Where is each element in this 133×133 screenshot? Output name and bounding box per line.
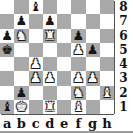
square-d4[interactable] — [43, 57, 57, 71]
square-g2[interactable] — [86, 86, 100, 100]
square-h1[interactable] — [100, 100, 114, 114]
file-label-c: c — [29, 115, 43, 132]
piece-black-bishop: ♝ — [30, 0, 42, 14]
file-label-a: a — [0, 115, 14, 132]
rank-label-3: 3 — [114, 71, 133, 85]
square-f6[interactable]: ♟ — [71, 29, 85, 43]
file-label-b: b — [14, 115, 28, 132]
square-h7[interactable] — [100, 14, 114, 28]
square-c6[interactable] — [29, 29, 43, 43]
square-f4[interactable] — [71, 57, 85, 71]
piece-white-pawn: ♟ — [73, 71, 85, 85]
square-b7[interactable]: ♟ — [14, 14, 28, 28]
square-e4[interactable] — [57, 57, 71, 71]
square-a4[interactable] — [0, 57, 14, 71]
square-e6[interactable] — [57, 29, 71, 43]
piece-white-pawn: ♟ — [30, 57, 42, 71]
file-label-g: g — [86, 115, 100, 132]
square-e7[interactable] — [57, 14, 71, 28]
piece-white-pawn: ♟ — [73, 43, 85, 57]
square-g8[interactable] — [86, 0, 100, 14]
square-f5[interactable]: ♟ — [71, 43, 85, 57]
corner-spacer — [114, 114, 133, 133]
piece-black-pawn: ♟ — [16, 86, 28, 100]
square-c5[interactable] — [29, 43, 43, 57]
square-f1[interactable]: ♝ — [71, 100, 85, 114]
piece-white-rook: ♜ — [44, 100, 56, 114]
rank-label-8: 8 — [114, 0, 133, 14]
piece-black-pawn: ♟ — [1, 29, 13, 43]
square-h6[interactable] — [100, 29, 114, 43]
square-a5[interactable]: ♚ — [0, 43, 14, 57]
rank-label-1: 1 — [114, 100, 133, 114]
square-e5[interactable] — [57, 43, 71, 57]
piece-black-pawn: ♟ — [73, 29, 85, 43]
file-label-f: f — [71, 115, 85, 132]
square-d2[interactable] — [43, 86, 57, 100]
square-c8[interactable]: ♝ — [29, 0, 43, 14]
square-c4[interactable]: ♟ — [29, 57, 43, 71]
square-f7[interactable] — [71, 14, 85, 28]
rank-label-7: 7 — [114, 14, 133, 28]
square-a1[interactable]: ♝ — [0, 100, 14, 114]
file-label-e: e — [57, 115, 71, 132]
piece-black-bishop: ♝ — [1, 100, 13, 114]
square-a6[interactable]: ♟ — [0, 29, 14, 43]
square-b5[interactable] — [14, 43, 28, 57]
square-a3[interactable] — [0, 71, 14, 85]
square-e8[interactable] — [57, 0, 71, 14]
square-e2[interactable] — [57, 86, 71, 100]
square-d7[interactable]: ♟ — [43, 14, 57, 28]
square-f8[interactable] — [71, 0, 85, 14]
square-b6[interactable]: ♞ — [14, 29, 28, 43]
piece-white-rook: ♜ — [44, 29, 56, 43]
piece-white-bishop: ♝ — [73, 100, 85, 114]
rank-label-6: 6 — [114, 29, 133, 43]
square-e1[interactable] — [57, 100, 71, 114]
square-b1[interactable]: ♚ — [14, 100, 28, 114]
square-c2[interactable] — [29, 86, 43, 100]
file-labels: abcdefgh — [0, 114, 114, 133]
piece-white-knight: ♞ — [73, 86, 85, 100]
square-a8[interactable] — [0, 0, 14, 14]
square-g7[interactable] — [86, 14, 100, 28]
square-h5[interactable] — [100, 43, 114, 57]
square-b4[interactable] — [14, 57, 28, 71]
square-d1[interactable]: ♜ — [43, 100, 57, 114]
square-d8[interactable] — [43, 0, 57, 14]
square-g6[interactable] — [86, 29, 100, 43]
rank-label-5: 5 — [114, 43, 133, 57]
square-f3[interactable]: ♟ — [71, 71, 85, 85]
rank-label-4: 4 — [114, 57, 133, 71]
piece-black-pawn: ♟ — [44, 14, 56, 28]
square-d5[interactable] — [43, 43, 57, 57]
piece-black-king: ♚ — [1, 43, 13, 57]
square-g3[interactable]: ♟ — [86, 71, 100, 85]
piece-black-pawn: ♟ — [16, 14, 28, 28]
square-h3[interactable] — [100, 71, 114, 85]
square-a7[interactable] — [0, 14, 14, 28]
square-a2[interactable] — [0, 86, 14, 100]
square-b2[interactable]: ♟ — [14, 86, 28, 100]
file-label-h: h — [100, 115, 114, 132]
square-e3[interactable] — [57, 71, 71, 85]
rank-labels: 87654321 — [114, 0, 133, 114]
square-b8[interactable] — [14, 0, 28, 14]
square-g4[interactable] — [86, 57, 100, 71]
piece-white-pawn: ♟ — [87, 71, 99, 85]
square-g1[interactable] — [86, 100, 100, 114]
rank-label-2: 2 — [114, 86, 133, 100]
chess-board: ♝♟♟♟♞♜♟♚♟♟♟♟♟♟♟♟♞♝♝♚♜♝ — [0, 0, 114, 114]
piece-white-knight: ♞ — [16, 29, 28, 43]
piece-white-bishop: ♝ — [101, 86, 113, 100]
square-c1[interactable] — [29, 100, 43, 114]
piece-white-pawn: ♟ — [30, 71, 42, 85]
piece-white-pawn: ♟ — [44, 71, 56, 85]
square-h2[interactable]: ♝ — [100, 86, 114, 100]
square-b3[interactable] — [14, 71, 28, 85]
piece-white-king: ♚ — [16, 100, 28, 114]
file-label-d: d — [43, 115, 57, 132]
square-c7[interactable] — [29, 14, 43, 28]
square-d3[interactable]: ♟ — [43, 71, 57, 85]
piece-black-pawn: ♟ — [87, 43, 99, 57]
square-d6[interactable]: ♜ — [43, 29, 57, 43]
square-f2[interactable]: ♞ — [71, 86, 85, 100]
square-g5[interactable]: ♟ — [86, 43, 100, 57]
square-h4[interactable] — [100, 57, 114, 71]
square-c3[interactable]: ♟ — [29, 71, 43, 85]
square-h8[interactable] — [100, 0, 114, 14]
chess-diagram: ♝♟♟♟♞♜♟♚♟♟♟♟♟♟♟♟♞♝♝♚♜♝ 87654321 abcdefgh — [0, 0, 133, 133]
